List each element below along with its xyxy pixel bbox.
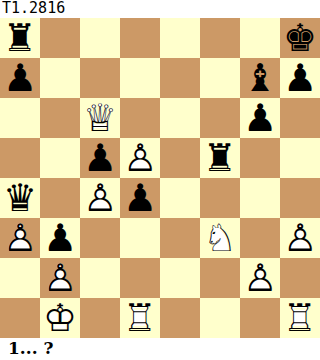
square-g7[interactable]: ♝ [240,58,280,98]
square-g2[interactable]: ♟♙ [240,258,280,298]
piece-glyph-outline: ♙ [80,178,120,218]
piece-black-pawn[interactable]: ♟ [80,138,120,178]
square-e2[interactable] [160,258,200,298]
square-d6[interactable] [120,98,160,138]
piece-black-queen[interactable]: ♛ [0,178,40,218]
square-g5[interactable] [240,138,280,178]
square-b5[interactable] [40,138,80,178]
square-f7[interactable] [200,58,240,98]
square-a8[interactable]: ♜ [0,18,40,58]
piece-glyph-outline: ♖ [280,298,320,338]
piece-white-pawn[interactable]: ♟♙ [40,258,80,298]
square-c2[interactable] [80,258,120,298]
square-a1[interactable] [0,298,40,338]
square-g4[interactable] [240,178,280,218]
piece-black-pawn[interactable]: ♟ [120,178,160,218]
piece-white-pawn[interactable]: ♟♙ [120,138,160,178]
piece-white-rook[interactable]: ♜♖ [280,298,320,338]
square-f5[interactable]: ♜ [200,138,240,178]
square-a4[interactable]: ♛ [0,178,40,218]
square-h7[interactable]: ♟ [280,58,320,98]
square-c3[interactable] [80,218,120,258]
square-a5[interactable] [0,138,40,178]
square-a3[interactable]: ♟♙ [0,218,40,258]
square-b3[interactable]: ♟ [40,218,80,258]
square-b2[interactable]: ♟♙ [40,258,80,298]
square-c6[interactable]: ♛♕ [80,98,120,138]
piece-black-pawn[interactable]: ♟ [280,58,320,98]
piece-black-rook[interactable]: ♜ [0,18,40,58]
piece-black-pawn[interactable]: ♟ [0,58,40,98]
square-d1[interactable]: ♜♖ [120,298,160,338]
square-c4[interactable]: ♟♙ [80,178,120,218]
square-e7[interactable] [160,58,200,98]
piece-glyph: ♜ [0,18,40,58]
square-f3[interactable]: ♞♘ [200,218,240,258]
piece-glyph: ♟ [240,98,280,138]
chess-board: ♜♚♟♝♟♛♕♟♟♟♙♜♛♟♙♟♟♙♟♞♘♟♙♟♙♟♙♚♔♜♖♜♖ [0,18,320,338]
square-d3[interactable] [120,218,160,258]
piece-white-pawn[interactable]: ♟♙ [240,258,280,298]
piece-glyph: ♝ [240,58,280,98]
square-a7[interactable]: ♟ [0,58,40,98]
square-d4[interactable]: ♟ [120,178,160,218]
square-e1[interactable] [160,298,200,338]
puzzle-id: T1.2816 [0,0,320,18]
piece-white-pawn[interactable]: ♟♙ [80,178,120,218]
piece-glyph: ♟ [120,178,160,218]
square-g6[interactable]: ♟ [240,98,280,138]
piece-glyph-outline: ♙ [0,218,40,258]
piece-black-pawn[interactable]: ♟ [40,218,80,258]
piece-black-pawn[interactable]: ♟ [240,98,280,138]
square-g8[interactable] [240,18,280,58]
piece-glyph-outline: ♙ [40,258,80,298]
piece-black-bishop[interactable]: ♝ [240,58,280,98]
square-e3[interactable] [160,218,200,258]
square-f6[interactable] [200,98,240,138]
piece-glyph-outline: ♙ [120,138,160,178]
piece-glyph-outline: ♔ [40,298,80,338]
square-h6[interactable] [280,98,320,138]
square-e5[interactable] [160,138,200,178]
piece-white-queen[interactable]: ♛♕ [80,98,120,138]
square-e4[interactable] [160,178,200,218]
piece-white-pawn[interactable]: ♟♙ [280,218,320,258]
piece-white-king[interactable]: ♚♔ [40,298,80,338]
square-g1[interactable] [240,298,280,338]
piece-glyph: ♟ [80,138,120,178]
square-h2[interactable] [280,258,320,298]
square-d8[interactable] [120,18,160,58]
square-h4[interactable] [280,178,320,218]
square-e6[interactable] [160,98,200,138]
piece-glyph: ♟ [280,58,320,98]
piece-glyph-outline: ♖ [120,298,160,338]
square-f4[interactable] [200,178,240,218]
square-f8[interactable] [200,18,240,58]
square-c8[interactable] [80,18,120,58]
piece-glyph: ♟ [40,218,80,258]
piece-white-knight[interactable]: ♞♘ [200,218,240,258]
square-a2[interactable] [0,258,40,298]
piece-glyph: ♟ [0,58,40,98]
piece-white-pawn[interactable]: ♟♙ [0,218,40,258]
square-b8[interactable] [40,18,80,58]
square-h3[interactable]: ♟♙ [280,218,320,258]
piece-black-rook[interactable]: ♜ [200,138,240,178]
square-f2[interactable] [200,258,240,298]
square-a6[interactable] [0,98,40,138]
piece-glyph-outline: ♙ [240,258,280,298]
piece-glyph: ♛ [0,178,40,218]
piece-glyph-outline: ♙ [280,218,320,258]
square-b1[interactable]: ♚♔ [40,298,80,338]
square-c7[interactable] [80,58,120,98]
square-g3[interactable] [240,218,280,258]
square-b7[interactable] [40,58,80,98]
piece-glyph-outline: ♘ [200,218,240,258]
move-prompt: 1... ? [0,338,320,360]
square-c5[interactable]: ♟ [80,138,120,178]
square-c1[interactable] [80,298,120,338]
square-d7[interactable] [120,58,160,98]
square-b4[interactable] [40,178,80,218]
piece-white-rook[interactable]: ♜♖ [120,298,160,338]
piece-glyph: ♜ [200,138,240,178]
square-e8[interactable] [160,18,200,58]
piece-glyph: ♚ [280,18,320,58]
piece-glyph-outline: ♕ [80,98,120,138]
square-h8[interactable]: ♚ [280,18,320,58]
square-d5[interactable]: ♟♙ [120,138,160,178]
square-h5[interactable] [280,138,320,178]
piece-black-king[interactable]: ♚ [280,18,320,58]
square-b6[interactable] [40,98,80,138]
square-d2[interactable] [120,258,160,298]
square-h1[interactable]: ♜♖ [280,298,320,338]
square-f1[interactable] [200,298,240,338]
